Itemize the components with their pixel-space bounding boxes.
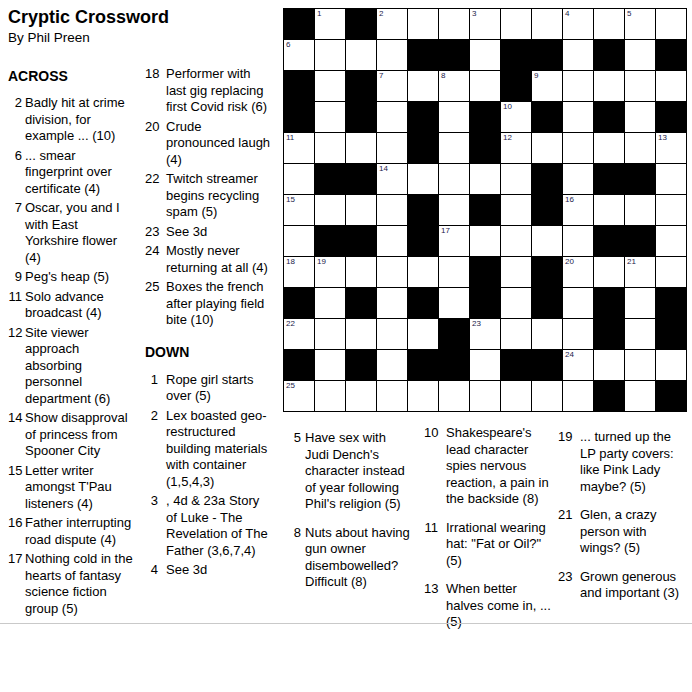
grid-cell[interactable] <box>315 40 346 71</box>
down-clue-list-col1: 5Have sex with Judi Dench's character in… <box>288 430 411 603</box>
grid-cell[interactable] <box>408 9 439 40</box>
grid-cell[interactable]: 8 <box>439 71 470 102</box>
grid-cell[interactable] <box>625 350 656 381</box>
cell-number: 20 <box>565 257 574 267</box>
clue-number: 23 <box>558 569 572 602</box>
clue-number: 15 <box>8 463 22 513</box>
grid-cell[interactable] <box>377 381 408 412</box>
clue-text: Glen, a crazy person with wings? (5) <box>580 507 686 557</box>
grid-cell[interactable] <box>563 226 594 257</box>
grid-cell[interactable] <box>408 164 439 195</box>
clue-item: 16Father interrupting road dispute (4) <box>8 515 133 548</box>
grid-cell[interactable]: 14 <box>377 164 408 195</box>
clue-text: ... turned up the LP party covers: like … <box>580 429 686 495</box>
grid-cell-black <box>501 350 532 381</box>
grid-cell-black <box>315 226 346 257</box>
grid-cell[interactable]: 25 <box>284 381 315 412</box>
grid-cell[interactable]: 1 <box>315 9 346 40</box>
grid-cell[interactable] <box>284 226 315 257</box>
down-clue-list-col3: 19... turned up the LP party covers: lik… <box>558 429 686 614</box>
clue-item: 9Peg's heap (5) <box>8 269 133 286</box>
grid-cell-black <box>532 164 563 195</box>
across-clue-list-continued: 18Performer with last gig replacing firs… <box>145 66 272 329</box>
grid-cell[interactable] <box>377 102 408 133</box>
grid-cell[interactable] <box>563 133 594 164</box>
grid-cell-black <box>594 102 625 133</box>
grid-cell[interactable] <box>408 319 439 350</box>
clue-item: 23See 3d <box>145 224 272 241</box>
down-clue-list-col2: 10Shakespeare's lead character spies ner… <box>424 425 552 643</box>
grid-cell[interactable] <box>408 71 439 102</box>
grid-cell-black <box>532 195 563 226</box>
clue-text: , 4d & 23a Story of Luke - The Revelatio… <box>166 493 272 559</box>
grid-cell-black <box>346 288 377 319</box>
cell-number: 16 <box>565 195 574 205</box>
cell-number: 10 <box>503 102 512 112</box>
clue-text: Have sex with Judi Dench's character ins… <box>305 430 411 513</box>
grid-cell[interactable] <box>377 319 408 350</box>
grid-cell[interactable] <box>532 319 563 350</box>
clue-item: 7Oscar, you and I with East Yorkshire fl… <box>8 200 133 266</box>
grid-cell-black <box>656 381 687 412</box>
cell-number: 25 <box>286 381 295 391</box>
clue-item: 1Rope girl starts over (5) <box>145 372 272 405</box>
grid-cell[interactable] <box>439 164 470 195</box>
grid-cell[interactable]: 5 <box>625 9 656 40</box>
grid-cell-black <box>594 164 625 195</box>
grid-cell[interactable] <box>470 71 501 102</box>
grid-cell[interactable] <box>625 381 656 412</box>
grid-cell-black <box>470 257 501 288</box>
grid-cell-black <box>439 319 470 350</box>
grid-cell[interactable] <box>594 9 625 40</box>
grid-cell[interactable]: 16 <box>563 195 594 226</box>
clue-item: 24Mostly never returning at all (4) <box>145 243 272 276</box>
grid-cell[interactable] <box>501 288 532 319</box>
grid-cell[interactable]: 13 <box>656 133 687 164</box>
grid-cell[interactable] <box>439 257 470 288</box>
grid-cell[interactable]: 19 <box>315 257 346 288</box>
clue-item: 20Crude pronounced laugh (4) <box>145 119 272 169</box>
clue-number: 12 <box>8 325 22 408</box>
grid-cell[interactable] <box>377 350 408 381</box>
grid-cell[interactable] <box>315 71 346 102</box>
cell-number: 7 <box>379 71 383 81</box>
grid-cell[interactable] <box>439 9 470 40</box>
clue-text: Solo advance broadcast (4) <box>25 289 133 322</box>
grid-cell-black <box>656 288 687 319</box>
grid-cell[interactable]: 23 <box>470 319 501 350</box>
clue-item: 23Grown generous and important (3) <box>558 569 686 602</box>
clue-text: Father interrupting road dispute (4) <box>25 515 133 548</box>
grid-cell[interactable] <box>470 350 501 381</box>
clue-number: 6 <box>8 148 22 198</box>
clue-text: Nothing cold in the hearts of fantasy sc… <box>25 551 133 617</box>
grid-cell[interactable]: 24 <box>563 350 594 381</box>
clue-number: 9 <box>8 269 22 286</box>
grid-cell-black <box>408 102 439 133</box>
grid-cell[interactable] <box>625 40 656 71</box>
grid-cell-black <box>439 40 470 71</box>
cell-number: 8 <box>441 71 445 81</box>
grid-cell[interactable] <box>377 288 408 319</box>
grid-cell[interactable]: 6 <box>284 40 315 71</box>
clue-number: 4 <box>145 562 158 579</box>
grid-cell[interactable] <box>594 133 625 164</box>
clue-item: 8Nuts about having gun owner disembowell… <box>288 525 411 591</box>
clue-number: 5 <box>288 430 301 513</box>
grid-cell-black <box>346 71 377 102</box>
grid-cell-black <box>594 40 625 71</box>
grid-cell[interactable] <box>346 381 377 412</box>
grid-cell[interactable] <box>656 71 687 102</box>
cell-number: 6 <box>286 40 290 50</box>
clue-number: 7 <box>8 200 22 266</box>
grid-cell[interactable] <box>346 195 377 226</box>
grid-cell[interactable] <box>408 257 439 288</box>
clue-text: Performer with last gig replacing first … <box>166 66 272 116</box>
cell-number: 11 <box>286 133 294 143</box>
grid-cell[interactable] <box>284 164 315 195</box>
clue-number: 16 <box>8 515 22 548</box>
clue-item: 12Site viewer approach absorbing personn… <box>8 325 133 408</box>
grid-cell-black <box>470 288 501 319</box>
grid-cell[interactable] <box>563 40 594 71</box>
grid-cell[interactable] <box>377 195 408 226</box>
grid-cell-black <box>532 288 563 319</box>
cell-number: 22 <box>286 319 295 329</box>
clue-text: Twitch streamer begins recycling spam (5… <box>166 171 272 221</box>
across-clues-column: ACROSS 2Badly hit at crime division, for… <box>8 69 133 620</box>
clue-item: 21Glen, a crazy person with wings? (5) <box>558 507 686 557</box>
clue-number: 21 <box>558 507 572 557</box>
grid-cell-black <box>408 195 439 226</box>
clue-text: Site viewer approach absorbing personnel… <box>25 325 133 408</box>
grid-cell-black <box>594 319 625 350</box>
grid-cell-black <box>532 257 563 288</box>
across-header: ACROSS <box>8 69 133 84</box>
clue-text: Oscar, you and I with East Yorkshire flo… <box>25 200 133 266</box>
page-title: Cryptic Crossword <box>8 6 169 28</box>
grid-cell[interactable]: 20 <box>563 257 594 288</box>
clue-number: 2 <box>145 408 158 491</box>
grid-cell[interactable] <box>532 9 563 40</box>
clue-item: 25Boxes the french after playing field b… <box>145 279 272 329</box>
grid-cell-black <box>594 288 625 319</box>
clue-text: See 3d <box>166 562 272 579</box>
clue-number: 22 <box>145 171 158 221</box>
clue-text: Shakespeare's lead character spies nervo… <box>446 425 552 508</box>
grid-cell[interactable] <box>594 195 625 226</box>
grid-cell-black <box>470 195 501 226</box>
clue-item: 11Irrational wearing hat: "Fat or Oil?" … <box>424 520 552 570</box>
grid-cell[interactable] <box>315 381 346 412</box>
clue-text: Show disapproval of princess from Spoone… <box>25 410 133 460</box>
grid-cell[interactable] <box>625 319 656 350</box>
clue-item: 14Show disapproval of princess from Spoo… <box>8 410 133 460</box>
grid-cell[interactable] <box>346 40 377 71</box>
grid-cell-black <box>346 164 377 195</box>
grid-cell[interactable] <box>470 164 501 195</box>
grid-cell[interactable]: 18 <box>284 257 315 288</box>
cell-number: 12 <box>503 133 512 143</box>
clue-text: Boxes the french after playing field bit… <box>166 279 272 329</box>
grid-cell[interactable]: 11 <box>284 133 315 164</box>
clue-text: Letter writer amongst T'Pau listeners (4… <box>25 463 133 513</box>
clue-number: 25 <box>145 279 158 329</box>
clue-item: 19... turned up the LP party covers: lik… <box>558 429 686 495</box>
grid-cell-black <box>656 40 687 71</box>
down-clue-list: 1Rope girl starts over (5)2Lex boasted g… <box>145 372 272 579</box>
grid-cell[interactable] <box>439 133 470 164</box>
clue-item: 2Badly hit at crime division, for exampl… <box>8 95 133 145</box>
grid-cell-black <box>284 9 315 40</box>
grid-cell[interactable] <box>346 319 377 350</box>
grid-cell-black <box>501 40 532 71</box>
clue-text: Nuts about having gun owner disembowelle… <box>305 525 411 591</box>
clue-text: Crude pronounced laugh (4) <box>166 119 272 169</box>
grid-cell[interactable] <box>563 164 594 195</box>
grid-cell-black <box>284 71 315 102</box>
cell-number: 2 <box>379 9 383 19</box>
cell-number: 14 <box>379 164 388 174</box>
clue-number: 24 <box>145 243 158 276</box>
grid-cell[interactable] <box>656 226 687 257</box>
clue-text: Mostly never returning at all (4) <box>166 243 272 276</box>
grid-cell[interactable] <box>315 102 346 133</box>
grid-cell[interactable] <box>470 381 501 412</box>
grid-cell-black <box>594 226 625 257</box>
grid-cell[interactable] <box>656 164 687 195</box>
grid-cell-black <box>470 102 501 133</box>
clue-number: 20 <box>145 119 158 169</box>
grid-cell[interactable] <box>315 350 346 381</box>
grid-cell-black <box>315 164 346 195</box>
clue-number: 3 <box>145 493 158 559</box>
grid-cell[interactable] <box>563 288 594 319</box>
clue-text: Irrational wearing hat: "Fat or Oil?" (5… <box>446 520 552 570</box>
byline: By Phil Preen <box>8 29 90 46</box>
cell-number: 17 <box>441 226 450 236</box>
grid-cell[interactable]: 15 <box>284 195 315 226</box>
clue-item: 2Lex boasted geo-restructured building m… <box>145 408 272 491</box>
grid-cell[interactable]: 22 <box>284 319 315 350</box>
clue-number: 1 <box>145 372 158 405</box>
grid-cell[interactable]: 21 <box>625 257 656 288</box>
grid-cell[interactable] <box>594 257 625 288</box>
clue-number: 2 <box>8 95 22 145</box>
cell-number: 4 <box>565 9 569 19</box>
grid-cell[interactable] <box>470 226 501 257</box>
cell-number: 19 <box>317 257 326 267</box>
grid-cell[interactable] <box>315 133 346 164</box>
cell-number: 15 <box>286 195 295 205</box>
grid-cell[interactable] <box>563 319 594 350</box>
grid-cell[interactable] <box>532 133 563 164</box>
clue-text: See 3d <box>166 224 272 241</box>
clue-number: 8 <box>288 525 301 591</box>
grid-cell[interactable] <box>625 102 656 133</box>
clue-text: Peg's heap (5) <box>25 269 133 286</box>
clue-item: 18Performer with last gig replacing firs… <box>145 66 272 116</box>
clue-text: Badly hit at crime division, for example… <box>25 95 133 145</box>
grid-cell[interactable] <box>532 381 563 412</box>
grid-cell-black <box>408 40 439 71</box>
grid-cell[interactable] <box>377 226 408 257</box>
grid-cell[interactable]: 17 <box>439 226 470 257</box>
clue-item: 11Solo advance broadcast (4) <box>8 289 133 322</box>
grid-cell[interactable] <box>501 195 532 226</box>
grid-cell[interactable] <box>439 195 470 226</box>
grid-cell[interactable] <box>501 257 532 288</box>
grid-cell[interactable] <box>501 381 532 412</box>
clue-item: 4See 3d <box>145 562 272 579</box>
clue-number: 11 <box>8 289 22 322</box>
grid-cell-black <box>408 226 439 257</box>
grid-cell-black <box>656 102 687 133</box>
cell-number: 21 <box>627 257 636 267</box>
cell-number: 3 <box>472 9 476 19</box>
grid-cell-black <box>439 350 470 381</box>
clue-item: 15Letter writer amongst T'Pau listeners … <box>8 463 133 513</box>
grid-cell[interactable] <box>377 40 408 71</box>
grid-cell[interactable] <box>625 195 656 226</box>
grid-cell-black <box>408 133 439 164</box>
grid-cell[interactable] <box>377 257 408 288</box>
down-header: DOWN <box>145 345 272 360</box>
grid-cell[interactable] <box>532 226 563 257</box>
grid-cell[interactable] <box>408 381 439 412</box>
grid-cell[interactable] <box>470 40 501 71</box>
crossword-grid: 1234567891011121314151617181920212223242… <box>283 8 687 412</box>
grid-cell-black <box>532 102 563 133</box>
grid-cell[interactable]: 2 <box>377 9 408 40</box>
clue-text: Lex boasted geo-restructured building ma… <box>166 408 272 491</box>
clue-item: 6... smear fingerprint over certificate … <box>8 148 133 198</box>
grid-cell-black <box>284 350 315 381</box>
footer-divider <box>0 623 692 624</box>
grid-cell-black <box>346 226 377 257</box>
grid-cell[interactable] <box>346 257 377 288</box>
grid-cell[interactable] <box>563 71 594 102</box>
grid-cell[interactable] <box>439 381 470 412</box>
grid-cell[interactable] <box>563 102 594 133</box>
grid-cell[interactable] <box>625 71 656 102</box>
clue-number: 18 <box>145 66 158 116</box>
cell-number: 1 <box>317 9 321 19</box>
middle-clues-column: 18Performer with last gig replacing firs… <box>145 66 272 582</box>
grid-cell[interactable] <box>439 102 470 133</box>
clue-item: 5Have sex with Judi Dench's character in… <box>288 430 411 513</box>
grid-cell[interactable] <box>501 164 532 195</box>
grid-cell[interactable]: 12 <box>501 133 532 164</box>
grid-cell[interactable] <box>656 9 687 40</box>
grid-cell[interactable] <box>594 71 625 102</box>
grid-cell-black <box>408 288 439 319</box>
grid-cell[interactable]: 7 <box>377 71 408 102</box>
cell-number: 23 <box>472 319 481 329</box>
clue-number: 19 <box>558 429 572 495</box>
clue-item: 22Twitch streamer begins recycling spam … <box>145 171 272 221</box>
grid-cell-black <box>470 133 501 164</box>
grid-cell[interactable] <box>594 350 625 381</box>
grid-cell[interactable] <box>656 257 687 288</box>
grid-cell-black <box>594 381 625 412</box>
grid-cell[interactable] <box>656 350 687 381</box>
cell-number: 5 <box>627 9 631 19</box>
grid-cell[interactable]: 9 <box>532 71 563 102</box>
grid-cell-black <box>346 102 377 133</box>
grid-cell[interactable] <box>377 133 408 164</box>
grid-cell-black <box>284 288 315 319</box>
grid-cell-black <box>532 350 563 381</box>
clue-number: 23 <box>145 224 158 241</box>
clue-number: 17 <box>8 551 22 617</box>
cell-number: 24 <box>565 350 574 360</box>
cell-number: 9 <box>534 71 538 81</box>
grid-cell[interactable]: 4 <box>563 9 594 40</box>
grid-cell[interactable] <box>501 319 532 350</box>
clue-number: 10 <box>424 425 438 508</box>
grid-cell[interactable]: 10 <box>501 102 532 133</box>
cell-number: 18 <box>286 257 295 267</box>
clue-number: 11 <box>424 520 438 570</box>
grid-cell-black <box>346 9 377 40</box>
cell-number: 13 <box>658 133 667 143</box>
clue-item: 10Shakespeare's lead character spies ner… <box>424 425 552 508</box>
grid-cell[interactable] <box>315 319 346 350</box>
grid-cell[interactable] <box>315 195 346 226</box>
grid-cell[interactable] <box>501 226 532 257</box>
grid-cell-black <box>625 164 656 195</box>
clue-text: ... smear fingerprint over certificate (… <box>25 148 133 198</box>
grid-cell-black <box>346 350 377 381</box>
grid-cell-black <box>501 71 532 102</box>
grid-cell[interactable] <box>439 288 470 319</box>
grid-cell[interactable] <box>346 133 377 164</box>
grid-cell[interactable] <box>315 288 346 319</box>
grid-cell-black <box>625 226 656 257</box>
grid-cell[interactable] <box>656 195 687 226</box>
grid-cell[interactable]: 3 <box>470 9 501 40</box>
across-clue-list: 2Badly hit at crime division, for exampl… <box>8 95 133 617</box>
clue-number: 14 <box>8 410 22 460</box>
clue-text: Grown generous and important (3) <box>580 569 686 602</box>
grid-cell[interactable] <box>625 288 656 319</box>
grid-cell-black <box>532 40 563 71</box>
grid-cell-black <box>284 102 315 133</box>
grid-cell-black <box>656 319 687 350</box>
grid-cell[interactable] <box>625 133 656 164</box>
clue-item: 17Nothing cold in the hearts of fantasy … <box>8 551 133 617</box>
clue-item: 3, 4d & 23a Story of Luke - The Revelati… <box>145 493 272 559</box>
grid-cell-black <box>408 350 439 381</box>
grid-cell[interactable] <box>501 9 532 40</box>
grid-cell[interactable] <box>563 381 594 412</box>
clue-text: Rope girl starts over (5) <box>166 372 272 405</box>
